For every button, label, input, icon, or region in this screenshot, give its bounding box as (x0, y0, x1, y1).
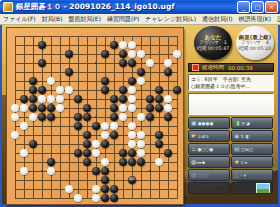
white-stone[interactable] (146, 59, 154, 67)
message-list-box[interactable] (188, 93, 274, 115)
white-stone[interactable] (119, 113, 127, 121)
white-stone[interactable] (137, 131, 145, 139)
menu-bar: ファイル(F)対局(B)盤面対局(E)練習問題(P)チャレンジ対局(L)通信対局… (0, 14, 280, 25)
black-stone[interactable] (29, 104, 37, 112)
white-stone[interactable] (47, 95, 55, 103)
menu-item-8[interactable]: 設定(S) (274, 15, 280, 24)
black-stone[interactable] (110, 185, 118, 193)
white-player-name: 銀星(最上級) (239, 34, 272, 41)
white-stone[interactable] (47, 167, 55, 175)
black-stone[interactable] (128, 149, 136, 157)
black-stone[interactable] (164, 149, 172, 157)
maximize-button[interactable]: □ (251, 1, 264, 13)
black-stone[interactable] (74, 122, 82, 130)
panel-button-icon: ★ (234, 159, 239, 165)
white-stone[interactable] (101, 131, 109, 139)
white-stone[interactable] (137, 113, 145, 121)
black-stone[interactable] (173, 86, 181, 94)
komi-handicap-line: コミ: 6目半 手合割: 互先 (191, 76, 271, 83)
go-board[interactable]: 125 (6, 27, 184, 205)
black-stone[interactable] (65, 68, 73, 76)
panel-button-icon: ▣ (191, 120, 197, 126)
panel-button-icon: ☕ (191, 146, 196, 152)
close-button[interactable]: × (265, 1, 278, 13)
white-stone[interactable] (101, 158, 109, 166)
menu-item-6[interactable]: 通信対局(I) (199, 15, 235, 24)
black-stone[interactable] (164, 113, 172, 121)
black-stone[interactable] (137, 158, 145, 166)
black-stone[interactable] (119, 95, 127, 103)
black-stone[interactable] (101, 194, 109, 202)
white-stone[interactable] (128, 131, 136, 139)
black-stone[interactable] (65, 50, 73, 58)
window-title: 銀星囲碁１０ - 20091026_114_igo10.ugf (16, 2, 237, 12)
panel-button-8[interactable]: ★◇ ▸ (231, 156, 273, 168)
panel-button-10[interactable]: △◦ ▾ (231, 169, 273, 181)
black-player-stone: あなた アゲハマ 1 時間 00:05:47 (194, 26, 232, 60)
black-stone[interactable] (101, 77, 109, 85)
white-stone[interactable] (11, 113, 19, 121)
black-stone[interactable] (119, 50, 127, 58)
panel-button-4[interactable]: ◉⇅ ◧ (231, 130, 273, 142)
white-stone[interactable] (74, 194, 82, 202)
white-stone[interactable] (92, 185, 100, 193)
black-stone[interactable] (38, 104, 46, 112)
panel-button-label: ●●●● (198, 121, 214, 126)
white-stone[interactable] (128, 104, 136, 112)
panel-button-icon: ▤ (234, 146, 240, 152)
main-area: 125 あなた アゲハマ 1 時間 00:05:47 銀星(最上級) アゲハマ … (2, 25, 278, 204)
photo-thumbnail-icon[interactable] (256, 183, 270, 194)
white-stone[interactable] (65, 185, 73, 193)
white-stone[interactable] (47, 77, 55, 85)
black-stone[interactable] (20, 95, 28, 103)
panel-button-label: ▸▸◆ (197, 160, 205, 165)
black-stone[interactable] (119, 59, 127, 67)
white-stone[interactable] (173, 50, 181, 58)
white-stone[interactable] (38, 95, 46, 103)
panel-button-label: ◦ ▾ (240, 173, 246, 178)
white-stone[interactable] (65, 86, 73, 94)
black-stone[interactable] (110, 113, 118, 121)
game-info-box: コミ: 6目半 手合割: 互先 ○銀星囲碁１０の思考中… (188, 74, 274, 91)
app-icon (3, 2, 13, 12)
white-stone[interactable] (101, 122, 109, 130)
white-stone[interactable] (128, 50, 136, 58)
grid-line (15, 135, 178, 136)
black-stone[interactable] (155, 131, 163, 139)
white-stone[interactable] (164, 59, 172, 67)
white-stone[interactable] (128, 140, 136, 148)
black-stone[interactable] (74, 149, 82, 157)
white-stone[interactable] (11, 131, 19, 139)
white-stone[interactable] (128, 41, 136, 49)
black-stone[interactable] (110, 104, 118, 112)
panel-button-empty (188, 182, 230, 194)
black-stone[interactable] (155, 95, 163, 103)
black-stone[interactable] (92, 122, 100, 130)
elapsed-time-bar: 経過時間 00:00:38 (188, 63, 274, 72)
grid-line (159, 36, 160, 199)
panel-button-3[interactable]: ☛①⇄② (188, 130, 230, 142)
black-stone[interactable] (47, 104, 55, 112)
black-stone[interactable] (101, 86, 109, 94)
black-stone[interactable] (110, 41, 118, 49)
black-stone[interactable] (29, 86, 37, 94)
menu-item-5[interactable]: チャレンジ対局(L) (142, 15, 199, 24)
black-stone[interactable] (38, 59, 46, 67)
title-bar[interactable]: 銀星囲碁１０ - 20091026_114_igo10.ugf _ □ × (0, 0, 280, 14)
white-stone[interactable] (137, 77, 145, 85)
black-stone[interactable] (101, 167, 109, 175)
black-stone[interactable] (29, 95, 37, 103)
black-stone[interactable] (128, 59, 136, 67)
panel-button-6[interactable]: ▤◫⇆◫ (231, 143, 273, 155)
panel-button-icon: ◎ (191, 172, 196, 178)
black-stone[interactable] (83, 158, 91, 166)
menu-item-1[interactable]: ファイル(F) (0, 15, 39, 24)
black-stone[interactable] (128, 77, 136, 85)
white-stone[interactable] (20, 104, 28, 112)
side-panel: あなた アゲハマ 1 時間 00:05:47 銀星(最上級) アゲハマ 4 時間… (184, 25, 278, 204)
black-stone[interactable] (155, 140, 163, 148)
panel-button-label: ●○○● (197, 147, 213, 152)
white-stone[interactable] (20, 167, 28, 175)
panel-button-label: ◌◌◌ (197, 173, 209, 178)
black-player-name: あなた (205, 34, 222, 41)
white-time: 時間 00:05:28 (239, 46, 272, 52)
white-stone[interactable] (128, 122, 136, 130)
thinking-status-line: ○銀星囲碁１０の思考中… (191, 83, 271, 90)
black-stone[interactable] (83, 104, 91, 112)
white-stone[interactable] (119, 104, 127, 112)
black-stone[interactable] (101, 176, 109, 184)
black-stone[interactable] (83, 113, 91, 121)
black-stone[interactable] (47, 113, 55, 121)
black-stone[interactable] (119, 158, 127, 166)
black-stone[interactable] (83, 131, 91, 139)
black-stone[interactable] (164, 68, 172, 76)
black-stone[interactable] (83, 140, 91, 148)
black-stone[interactable] (74, 113, 82, 121)
white-stone[interactable] (92, 194, 100, 202)
white-stone[interactable] (92, 149, 100, 157)
black-stone[interactable] (119, 86, 127, 94)
black-stone[interactable] (29, 140, 37, 148)
white-stone[interactable] (119, 41, 127, 49)
white-stone[interactable] (56, 95, 64, 103)
panel-button-2[interactable]: ◨◔ ◕ (231, 117, 273, 129)
white-stone[interactable] (137, 149, 145, 157)
black-stone[interactable] (38, 41, 46, 49)
white-stone[interactable] (137, 50, 145, 58)
recording-indicator-icon (192, 64, 199, 71)
control-button-grid: ▣●●●●◨◔ ◕☛①⇄②◉⇅ ◧☕●○○●▤◫⇆◫◍▸▸◆★◇ ▸◎◌◌◌△◦… (188, 117, 274, 194)
panel-button-label: ◫⇆◫ (241, 147, 253, 152)
panel-button-icon: ☛ (191, 133, 196, 139)
menu-item-3[interactable]: 盤面対局(E) (66, 15, 104, 24)
grid-line (177, 36, 178, 199)
panel-button-icon: △ (234, 172, 239, 178)
white-stone[interactable] (20, 122, 28, 130)
black-stone[interactable] (110, 194, 118, 202)
black-stone[interactable] (155, 86, 163, 94)
elapsed-label: 経過時間 (202, 64, 224, 71)
white-stone[interactable] (56, 86, 64, 94)
black-stone[interactable] (110, 131, 118, 139)
panel-button-7[interactable]: ◍▸▸◆ (188, 156, 230, 168)
black-stone[interactable] (119, 149, 127, 157)
black-stone[interactable] (146, 95, 154, 103)
panel-button-label: ①⇄② (197, 134, 209, 139)
menu-item-7[interactable]: 棋譜再現(K) (236, 15, 275, 24)
black-stone[interactable] (38, 113, 46, 121)
panel-photo-cell[interactable] (231, 182, 273, 194)
black-stone[interactable] (101, 50, 109, 58)
panel-button-5[interactable]: ☕●○○● (188, 143, 230, 155)
white-stone[interactable] (20, 149, 28, 157)
white-stone[interactable] (128, 86, 136, 94)
black-stone[interactable] (47, 158, 55, 166)
black-stone[interactable] (101, 140, 109, 148)
black-stone[interactable] (38, 86, 46, 94)
black-stone[interactable] (101, 185, 109, 193)
white-stone[interactable] (137, 140, 145, 148)
black-stone[interactable] (92, 167, 100, 175)
black-stone[interactable] (110, 95, 118, 103)
black-stone[interactable] (155, 104, 163, 112)
black-stone[interactable] (137, 68, 145, 76)
black-stone[interactable] (74, 95, 82, 103)
elapsed-value: 00:00:38 (228, 65, 253, 71)
white-stone[interactable] (164, 104, 172, 112)
white-player-stone: 銀星(最上級) アゲハマ 4 時間 00:05:28 (236, 26, 274, 60)
white-stone[interactable] (155, 158, 163, 166)
panel-button-label: ◔ ◕ (241, 121, 250, 126)
minimize-button[interactable]: _ (237, 1, 250, 13)
white-stone[interactable] (110, 122, 118, 130)
panel-button-label: ◇ ▸ (240, 160, 247, 165)
black-stone[interactable] (29, 77, 37, 85)
panel-button-label: ⇅ ◧ (240, 134, 249, 139)
white-stone[interactable] (164, 95, 172, 103)
white-stone[interactable] (56, 104, 64, 112)
black-stone[interactable] (146, 104, 154, 112)
menu-item-4[interactable]: 練習問題(P) (104, 15, 142, 24)
panel-button-9[interactable]: ◎◌◌◌ (188, 169, 230, 181)
black-stone[interactable] (128, 158, 136, 166)
grid-line (15, 162, 178, 163)
panel-button-icon: ◨ (234, 120, 240, 126)
panel-button-icon: ◉ (234, 133, 239, 139)
last-move-stone[interactable]: 125 (128, 176, 136, 184)
black-stone[interactable] (83, 149, 91, 157)
app-window: 銀星囲碁１０ - 20091026_114_igo10.ugf _ □ × ファ… (0, 0, 280, 207)
grid-line (15, 180, 178, 181)
menu-item-2[interactable]: 対局(B) (39, 15, 66, 24)
black-stone[interactable] (146, 113, 154, 121)
white-stone[interactable] (11, 104, 19, 112)
white-stone[interactable] (128, 95, 136, 103)
last-move-number: 125 (129, 178, 136, 182)
white-stone[interactable] (29, 113, 37, 121)
white-stone[interactable] (92, 140, 100, 148)
black-time: 時間 00:05:47 (197, 46, 230, 52)
panel-button-icon: ◍ (191, 159, 196, 165)
panel-button-1[interactable]: ▣●●●● (188, 117, 230, 129)
